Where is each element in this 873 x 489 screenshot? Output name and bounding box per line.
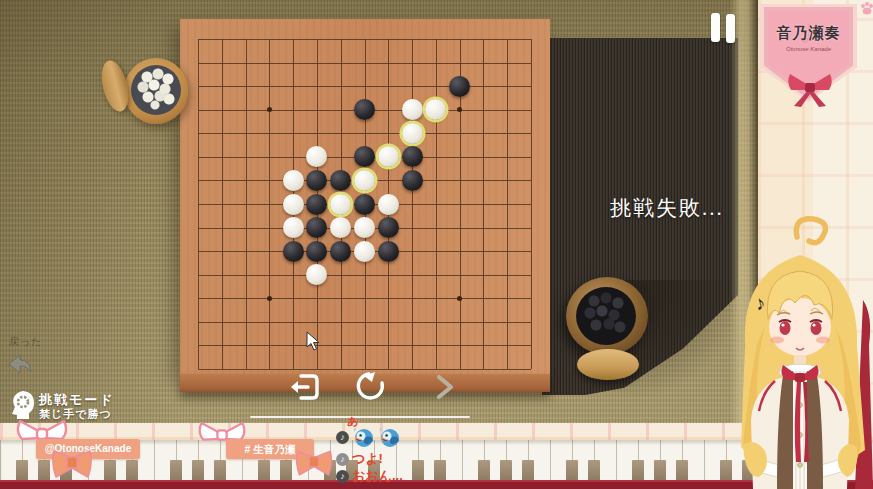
piano-black-key <box>280 460 292 480</box>
gomoku-board[interactable] <box>180 19 550 374</box>
salmon-ribbon-icon <box>294 449 334 479</box>
piano-black-key <box>588 460 600 480</box>
white-stone <box>378 194 399 215</box>
chat-message: ♪ <box>336 426 401 449</box>
board-grid <box>198 39 531 369</box>
white-stone <box>306 264 327 285</box>
white-stone <box>283 170 304 191</box>
black-stone <box>402 170 423 191</box>
white-stone <box>306 146 327 167</box>
piano-black-key <box>654 460 666 480</box>
white-stone <box>283 194 304 215</box>
black-stone <box>283 241 304 262</box>
white-stone <box>330 217 351 238</box>
undo-button[interactable] <box>288 371 320 403</box>
chat-message: ♪ おおん... <box>336 467 403 485</box>
chat-avatar: ♪ <box>336 470 349 483</box>
black-stone-bowl <box>566 277 648 355</box>
overlay-divider-line <box>250 416 470 418</box>
star-point <box>267 107 272 112</box>
piano-black-key <box>16 460 28 480</box>
black-bowl-lid <box>577 349 639 380</box>
chat-avatar: ♪ <box>336 431 349 444</box>
black-stone <box>354 99 375 120</box>
blue-bird-stamp <box>352 426 375 449</box>
black-stone <box>306 217 327 238</box>
black-stone <box>330 170 351 191</box>
redo-rotate-button[interactable] <box>355 369 387 401</box>
piano-black-key <box>478 460 490 480</box>
chat-avatar: ♪ <box>336 453 349 466</box>
blue-bird-stamp <box>378 426 401 449</box>
challenge-result-text: 挑戦失敗... <box>610 194 724 222</box>
star-point <box>267 296 272 301</box>
piano-black-key <box>170 460 182 480</box>
black-stone <box>354 194 375 215</box>
game-screen: 戻った 挑戦モード 禁じ手で勝つ 挑戦失敗... ♪ 音乃瀬奏 Otonose … <box>0 0 873 489</box>
challenge-mode-head-icon <box>10 390 36 420</box>
piano-black-key <box>126 460 138 480</box>
chat-message: ♪ つよ! <box>336 450 383 468</box>
white-stones-in-bowl <box>131 65 181 115</box>
white-stone-winning <box>354 170 375 191</box>
piano-black-key <box>720 460 732 480</box>
white-stone-bowl <box>124 58 188 124</box>
black-stone <box>306 170 327 191</box>
paw-icon <box>859 1 873 17</box>
black-stone <box>378 217 399 238</box>
piano-black-key <box>104 460 116 480</box>
white-stone <box>402 99 423 120</box>
nameplate-romaji: Otonose Kanade <box>760 46 857 52</box>
piano-black-key <box>192 460 204 480</box>
star-point <box>457 107 462 112</box>
black-stone <box>306 194 327 215</box>
white-stone <box>354 217 375 238</box>
black-stone <box>402 146 423 167</box>
piano-black-key <box>566 460 578 480</box>
black-stone <box>330 241 351 262</box>
white-stone-winning <box>402 123 423 144</box>
next-chevron-button[interactable] <box>433 373 457 401</box>
vtuber-avatar: ♪ <box>735 215 873 489</box>
white-stone-winning <box>378 146 399 167</box>
pause-button[interactable] <box>711 13 739 42</box>
piano-black-key <box>676 460 688 480</box>
mouse-cursor <box>306 331 320 351</box>
white-stone <box>283 217 304 238</box>
black-stone <box>378 241 399 262</box>
piano-black-key <box>214 460 226 480</box>
star-point <box>457 296 462 301</box>
piano-black-key <box>500 460 512 480</box>
black-stone <box>306 241 327 262</box>
white-stone <box>354 241 375 262</box>
undo-hint-text: 戻った <box>9 335 42 349</box>
white-stone-winning <box>425 99 446 120</box>
piano-black-key <box>412 460 424 480</box>
nameplate-kanji: 音乃瀬奏 <box>760 24 857 43</box>
piano-black-key <box>632 460 644 480</box>
piano-black-key <box>434 460 446 480</box>
piano-black-key <box>258 460 270 480</box>
back-arrow-icon[interactable] <box>6 352 34 378</box>
piano-black-key <box>522 460 534 480</box>
black-stone <box>449 76 470 97</box>
nameplate-bow-icon <box>784 72 836 108</box>
piano-black-key <box>38 460 50 480</box>
black-stone <box>354 146 375 167</box>
black-stones-in-bowl <box>576 287 636 345</box>
white-stone-winning <box>330 194 351 215</box>
salmon-ribbon-icon <box>50 450 94 480</box>
